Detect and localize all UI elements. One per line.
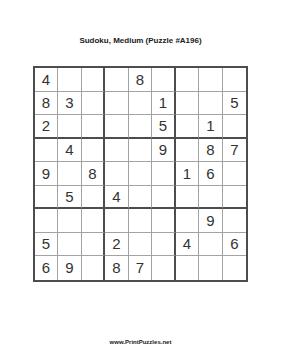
cell-r4c2[interactable]: 4 <box>58 139 82 163</box>
cell-r2c5[interactable] <box>129 92 153 116</box>
cell-r3c2[interactable] <box>58 115 82 139</box>
cell-r7c6[interactable] <box>152 209 176 233</box>
cell-r8c4[interactable]: 2 <box>105 233 129 257</box>
cell-r2c7[interactable] <box>176 92 200 116</box>
cell-r9c6[interactable] <box>152 256 176 280</box>
cell-r2c1[interactable]: 8 <box>35 92 59 116</box>
cell-r7c4[interactable] <box>105 209 129 233</box>
cell-r2c3[interactable] <box>82 92 106 116</box>
cell-r2c8[interactable] <box>199 92 223 116</box>
cell-r6c1[interactable] <box>35 186 59 210</box>
cell-r5c5[interactable] <box>129 162 153 186</box>
cell-r8c9[interactable]: 6 <box>223 233 247 257</box>
cell-r7c9[interactable] <box>223 209 247 233</box>
footer-url: www.PrintPuzzles.net <box>0 339 281 345</box>
cell-r9c9[interactable] <box>223 256 247 280</box>
cell-r3c8[interactable]: 1 <box>199 115 223 139</box>
cell-r3c7[interactable] <box>176 115 200 139</box>
cell-r2c9[interactable]: 5 <box>223 92 247 116</box>
cell-r5c8[interactable]: 6 <box>199 162 223 186</box>
cell-r3c3[interactable] <box>82 115 106 139</box>
cell-r1c9[interactable] <box>223 68 247 92</box>
cell-r5c6[interactable] <box>152 162 176 186</box>
cell-r6c2[interactable]: 5 <box>58 186 82 210</box>
cell-r9c5[interactable]: 7 <box>129 256 153 280</box>
cell-r9c1[interactable]: 6 <box>35 256 59 280</box>
cell-r8c2[interactable] <box>58 233 82 257</box>
cell-r4c9[interactable]: 7 <box>223 139 247 163</box>
cell-r6c5[interactable] <box>129 186 153 210</box>
cell-r6c3[interactable] <box>82 186 106 210</box>
cell-r5c3[interactable]: 8 <box>82 162 106 186</box>
cell-r9c7[interactable] <box>176 256 200 280</box>
cell-r3c6[interactable]: 5 <box>152 115 176 139</box>
cell-r4c1[interactable] <box>35 139 59 163</box>
cell-r4c6[interactable]: 9 <box>152 139 176 163</box>
cell-r1c7[interactable] <box>176 68 200 92</box>
cell-r9c4[interactable]: 8 <box>105 256 129 280</box>
cell-r5c4[interactable] <box>105 162 129 186</box>
cell-r6c6[interactable] <box>152 186 176 210</box>
cell-r3c4[interactable] <box>105 115 129 139</box>
cell-r1c2[interactable] <box>58 68 82 92</box>
cell-r7c3[interactable] <box>82 209 106 233</box>
cell-r2c6[interactable]: 1 <box>152 92 176 116</box>
cell-r7c7[interactable] <box>176 209 200 233</box>
cell-r9c8[interactable] <box>199 256 223 280</box>
cell-r2c2[interactable]: 3 <box>58 92 82 116</box>
cell-r7c1[interactable] <box>35 209 59 233</box>
cell-r1c4[interactable] <box>105 68 129 92</box>
cell-r1c8[interactable] <box>199 68 223 92</box>
cell-r5c2[interactable] <box>58 162 82 186</box>
cell-r4c7[interactable] <box>176 139 200 163</box>
cell-r8c8[interactable] <box>199 233 223 257</box>
sudoku-print-page: Sudoku, Medium (Puzzle #A196) 4883152514… <box>0 0 281 363</box>
cell-r3c9[interactable] <box>223 115 247 139</box>
cell-r1c1[interactable]: 4 <box>35 68 59 92</box>
cell-r3c5[interactable] <box>129 115 153 139</box>
cell-r8c1[interactable]: 5 <box>35 233 59 257</box>
sudoku-board: 4883152514987981654952466987 <box>33 66 249 282</box>
cell-r5c1[interactable]: 9 <box>35 162 59 186</box>
cell-r8c6[interactable] <box>152 233 176 257</box>
cell-r4c3[interactable] <box>82 139 106 163</box>
cell-r5c7[interactable]: 1 <box>176 162 200 186</box>
cell-r8c5[interactable] <box>129 233 153 257</box>
cell-r4c4[interactable] <box>105 139 129 163</box>
cell-r6c9[interactable] <box>223 186 247 210</box>
page-title: Sudoku, Medium (Puzzle #A196) <box>0 0 281 45</box>
cell-r2c4[interactable] <box>105 92 129 116</box>
cell-r7c8[interactable]: 9 <box>199 209 223 233</box>
cell-r4c5[interactable] <box>129 139 153 163</box>
cell-r8c7[interactable]: 4 <box>176 233 200 257</box>
cell-r3c1[interactable]: 2 <box>35 115 59 139</box>
cell-r7c5[interactable] <box>129 209 153 233</box>
cell-r9c2[interactable]: 9 <box>58 256 82 280</box>
cell-r9c3[interactable] <box>82 256 106 280</box>
cell-r6c7[interactable] <box>176 186 200 210</box>
cell-r5c9[interactable] <box>223 162 247 186</box>
cell-r6c4[interactable]: 4 <box>105 186 129 210</box>
cell-r1c3[interactable] <box>82 68 106 92</box>
cell-r7c2[interactable] <box>58 209 82 233</box>
cell-r1c5[interactable]: 8 <box>129 68 153 92</box>
cell-r4c8[interactable]: 8 <box>199 139 223 163</box>
cell-r6c8[interactable] <box>199 186 223 210</box>
cell-r8c3[interactable] <box>82 233 106 257</box>
cell-r1c6[interactable] <box>152 68 176 92</box>
